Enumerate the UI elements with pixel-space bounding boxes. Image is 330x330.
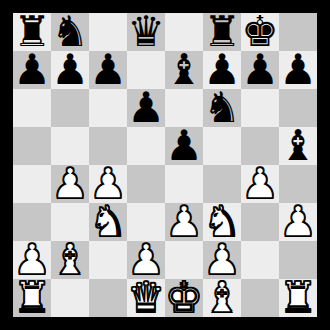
square-d6[interactable]: ♟ (127, 89, 165, 127)
square-f6[interactable]: ♞ (203, 89, 241, 127)
square-h7[interactable]: ♟ (279, 51, 317, 89)
square-b7[interactable]: ♟ (51, 51, 89, 89)
square-a5[interactable] (13, 127, 51, 165)
black-knight: ♞ (203, 89, 241, 127)
square-b2[interactable]: ♝ (51, 241, 89, 279)
square-e3[interactable]: ♟ (165, 203, 203, 241)
square-c1[interactable] (89, 279, 127, 317)
white-knight: ♞ (89, 203, 127, 241)
black-pawn: ♟ (127, 89, 165, 127)
square-g3[interactable] (241, 203, 279, 241)
square-a7[interactable]: ♟ (13, 51, 51, 89)
square-e7[interactable]: ♝ (165, 51, 203, 89)
white-pawn: ♟ (241, 165, 279, 203)
square-d8[interactable]: ♛ (127, 13, 165, 51)
square-e1[interactable]: ♚ (165, 279, 203, 317)
square-a4[interactable] (13, 165, 51, 203)
square-c3[interactable]: ♞ (89, 203, 127, 241)
white-bishop: ♝ (203, 279, 241, 317)
white-rook: ♜ (279, 279, 317, 317)
square-g1[interactable] (241, 279, 279, 317)
black-pawn: ♟ (165, 127, 203, 165)
square-g4[interactable]: ♟ (241, 165, 279, 203)
black-pawn: ♟ (89, 51, 127, 89)
black-bishop: ♝ (279, 127, 317, 165)
square-f5[interactable] (203, 127, 241, 165)
square-e5[interactable]: ♟ (165, 127, 203, 165)
black-pawn: ♟ (241, 51, 279, 89)
square-h1[interactable]: ♜ (279, 279, 317, 317)
white-king: ♚ (165, 279, 203, 317)
black-pawn: ♟ (279, 51, 317, 89)
black-bishop: ♝ (165, 51, 203, 89)
square-c6[interactable] (89, 89, 127, 127)
square-g7[interactable]: ♟ (241, 51, 279, 89)
white-pawn: ♟ (279, 203, 317, 241)
square-g6[interactable] (241, 89, 279, 127)
square-c7[interactable]: ♟ (89, 51, 127, 89)
square-a6[interactable] (13, 89, 51, 127)
square-d5[interactable] (127, 127, 165, 165)
square-b4[interactable]: ♟ (51, 165, 89, 203)
white-bishop: ♝ (51, 241, 89, 279)
square-g2[interactable] (241, 241, 279, 279)
white-queen: ♛ (127, 279, 165, 317)
square-c2[interactable] (89, 241, 127, 279)
white-pawn: ♟ (51, 165, 89, 203)
chess-diagram: ♜♞♛♜♚♟♟♟♝♟♟♟♟♞♟♝♟♟♟♞♟♞♟♟♝♟♟♜♛♚♝♜ (0, 0, 330, 330)
black-pawn: ♟ (13, 51, 51, 89)
square-b6[interactable] (51, 89, 89, 127)
square-h3[interactable]: ♟ (279, 203, 317, 241)
black-queen: ♛ (127, 13, 165, 51)
white-rook: ♜ (13, 279, 51, 317)
square-h5[interactable]: ♝ (279, 127, 317, 165)
white-pawn: ♟ (165, 203, 203, 241)
square-a1[interactable]: ♜ (13, 279, 51, 317)
square-f1[interactable]: ♝ (203, 279, 241, 317)
square-d4[interactable] (127, 165, 165, 203)
chess-board: ♜♞♛♜♚♟♟♟♝♟♟♟♟♞♟♝♟♟♟♞♟♞♟♟♝♟♟♜♛♚♝♜ (13, 13, 317, 317)
square-d1[interactable]: ♛ (127, 279, 165, 317)
square-b1[interactable] (51, 279, 89, 317)
black-pawn: ♟ (51, 51, 89, 89)
